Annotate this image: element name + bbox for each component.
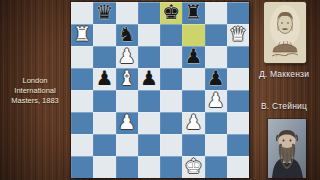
black-queen-b8: ♛ — [95, 2, 113, 23]
black-pawn-f6: ♟ — [184, 46, 202, 67]
square-a3 — [71, 112, 93, 134]
square-b4 — [93, 90, 115, 112]
square-g5: ♟ — [205, 68, 227, 90]
square-b5: ♟ — [93, 68, 115, 90]
square-b8: ♛ — [93, 2, 115, 24]
square-c3: ♟ — [116, 112, 138, 134]
square-c5: ♝ — [116, 68, 138, 90]
square-g2 — [205, 134, 227, 156]
white-player-label: Д. Маккензи — [248, 69, 320, 79]
square-d5: ♟ — [138, 68, 160, 90]
square-e5 — [160, 68, 182, 90]
square-h5 — [227, 68, 249, 90]
white-pawn-c6: ♟ — [118, 46, 136, 67]
square-c6: ♟ — [116, 46, 138, 68]
square-f8: ♜ — [182, 2, 204, 24]
steinitz-photo-image — [268, 119, 306, 178]
square-h4 — [227, 90, 249, 112]
event-label: London International Masters, 1883 — [0, 76, 70, 105]
square-h3 — [227, 112, 249, 134]
chess-board: ♛♚♜♜♞♛♟♟♟♝♟♟♟♟♟♚ — [71, 2, 249, 178]
square-c1 — [116, 156, 138, 178]
square-d1 — [138, 156, 160, 178]
square-d2 — [138, 134, 160, 156]
white-pawn-c3: ♟ — [118, 112, 136, 133]
square-f3: ♟ — [182, 112, 204, 134]
square-c7: ♞ — [116, 24, 138, 46]
square-b3 — [93, 112, 115, 134]
square-e2 — [160, 134, 182, 156]
square-g7 — [205, 24, 227, 46]
black-king-e8: ♚ — [162, 2, 180, 23]
square-e6 — [160, 46, 182, 68]
square-f1: ♚ — [182, 156, 204, 178]
square-b2 — [93, 134, 115, 156]
square-h7: ♛ — [227, 24, 249, 46]
steinitz-portrait — [268, 119, 306, 178]
square-g4: ♟ — [205, 90, 227, 112]
square-h2 — [227, 134, 249, 156]
black-pawn-d5: ♟ — [140, 68, 158, 89]
black-knight-c7: ♞ — [118, 24, 136, 45]
square-e1 — [160, 156, 182, 178]
square-e7 — [160, 24, 182, 46]
square-b1 — [93, 156, 115, 178]
white-bishop-c5: ♝ — [118, 68, 136, 89]
square-a8 — [71, 2, 93, 24]
square-h1 — [227, 156, 249, 178]
square-g1 — [205, 156, 227, 178]
square-e3 — [160, 112, 182, 134]
square-g3 — [205, 112, 227, 134]
square-a2 — [71, 134, 93, 156]
square-f2 — [182, 134, 204, 156]
white-pawn-f3: ♟ — [184, 112, 202, 133]
square-a1 — [71, 156, 93, 178]
square-c8 — [116, 2, 138, 24]
square-d6 — [138, 46, 160, 68]
square-h8 — [227, 2, 249, 24]
white-queen-h7: ♛ — [229, 24, 247, 45]
white-king-f1: ♚ — [184, 156, 202, 177]
square-c4 — [116, 90, 138, 112]
white-pawn-g4: ♟ — [207, 90, 225, 111]
square-d8 — [138, 2, 160, 24]
square-d4 — [138, 90, 160, 112]
square-a5 — [71, 68, 93, 90]
square-g8 — [205, 2, 227, 24]
mackenzie-engraving-image — [264, 2, 306, 63]
square-e8: ♚ — [160, 2, 182, 24]
black-rook-f8: ♜ — [184, 2, 202, 23]
square-f7 — [182, 24, 204, 46]
square-b7 — [93, 24, 115, 46]
square-h6 — [227, 46, 249, 68]
black-player-label: В. Стейниц — [248, 101, 320, 111]
square-d3 — [138, 112, 160, 134]
square-f4 — [182, 90, 204, 112]
square-b6 — [93, 46, 115, 68]
black-pawn-g5: ♟ — [207, 68, 225, 89]
square-e4 — [160, 90, 182, 112]
square-a6 — [71, 46, 93, 68]
square-a4 — [71, 90, 93, 112]
square-f5 — [182, 68, 204, 90]
square-f6: ♟ — [182, 46, 204, 68]
scene: London International Masters, 1883 ♛♚♜♜♞… — [0, 0, 320, 180]
mackenzie-portrait — [264, 2, 306, 63]
square-c2 — [116, 134, 138, 156]
black-pawn-b5: ♟ — [95, 68, 113, 89]
square-g6 — [205, 46, 227, 68]
white-rook-a7: ♜ — [73, 24, 91, 45]
square-d7 — [138, 24, 160, 46]
square-a7: ♜ — [71, 24, 93, 46]
